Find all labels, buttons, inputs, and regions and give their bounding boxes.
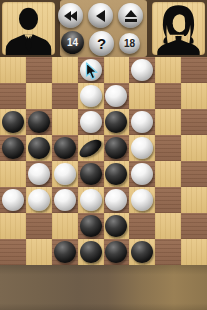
board-cell[interactable] — [155, 57, 181, 83]
board-cell[interactable] — [129, 135, 155, 161]
board-cell[interactable] — [181, 109, 207, 135]
board-cell[interactable] — [26, 135, 52, 161]
board-cell[interactable] — [78, 187, 104, 213]
white-disc — [80, 189, 102, 211]
black-disc — [80, 215, 102, 237]
board-cell[interactable] — [129, 213, 155, 239]
black-score-value: 14 — [67, 37, 78, 48]
hint-label: ? — [97, 35, 106, 52]
board-cell[interactable] — [181, 83, 207, 109]
black-disc — [28, 111, 50, 133]
board-cell[interactable] — [155, 239, 181, 265]
board-cell[interactable] — [155, 83, 181, 109]
player-black-avatar — [2, 2, 55, 55]
board-cell[interactable] — [129, 83, 155, 109]
white-disc — [54, 163, 76, 185]
board-cell[interactable] — [104, 135, 130, 161]
board-cell[interactable] — [155, 213, 181, 239]
white-disc — [80, 85, 102, 107]
black-disc — [105, 215, 127, 237]
board-cell[interactable] — [155, 187, 181, 213]
flipping-black-disc — [77, 136, 105, 161]
game-board — [0, 57, 207, 265]
black-disc — [80, 241, 102, 263]
board-cell[interactable] — [52, 109, 78, 135]
black-disc — [2, 137, 24, 159]
white-disc — [80, 59, 102, 81]
board-cell[interactable] — [78, 135, 104, 161]
black-disc — [105, 137, 127, 159]
black-disc — [105, 241, 127, 263]
table-apron — [0, 265, 207, 310]
white-disc — [54, 189, 76, 211]
board-cell[interactable] — [52, 57, 78, 83]
board-cell[interactable] — [104, 83, 130, 109]
board-cell[interactable] — [52, 239, 78, 265]
board-cell[interactable] — [155, 109, 181, 135]
white-disc — [131, 59, 153, 81]
white-disc — [131, 137, 153, 159]
board-cell[interactable] — [78, 83, 104, 109]
board-cell[interactable] — [0, 187, 26, 213]
board-cell[interactable] — [26, 187, 52, 213]
board-cell[interactable] — [104, 187, 130, 213]
board-cell[interactable] — [0, 109, 26, 135]
board-cell[interactable] — [129, 187, 155, 213]
board-cell[interactable] — [181, 239, 207, 265]
board-cell[interactable] — [104, 161, 130, 187]
white-disc — [28, 189, 50, 211]
eject-icon — [125, 10, 137, 22]
white-disc — [131, 163, 153, 185]
white-disc — [80, 111, 102, 133]
black-disc — [54, 241, 76, 263]
board-cell[interactable] — [52, 187, 78, 213]
top-bar: 14 ? 18 — [0, 0, 207, 57]
player-white-avatar — [152, 2, 205, 55]
board-cell[interactable] — [0, 161, 26, 187]
board-cell[interactable] — [0, 239, 26, 265]
white-disc — [105, 85, 127, 107]
board-cell[interactable] — [181, 161, 207, 187]
black-disc — [105, 163, 127, 185]
black-disc — [54, 137, 76, 159]
board-cell[interactable] — [104, 213, 130, 239]
board-cell[interactable] — [78, 57, 104, 83]
hint-button[interactable]: ? — [89, 31, 114, 56]
board-cell[interactable] — [78, 239, 104, 265]
white-disc — [131, 189, 153, 211]
white-disc — [105, 189, 127, 211]
board-cell[interactable] — [104, 109, 130, 135]
board-cell[interactable] — [155, 135, 181, 161]
board-cell[interactable] — [181, 135, 207, 161]
black-disc — [131, 241, 153, 263]
rewind-button[interactable] — [58, 3, 83, 28]
board-cell[interactable] — [104, 57, 130, 83]
board-cell[interactable] — [78, 109, 104, 135]
back-icon — [96, 10, 105, 22]
black-score-badge: 14 — [61, 31, 84, 54]
board-cell[interactable] — [181, 213, 207, 239]
board-cell[interactable] — [155, 161, 181, 187]
board-cell[interactable] — [0, 135, 26, 161]
board-cell[interactable] — [0, 213, 26, 239]
eject-button[interactable] — [118, 3, 143, 28]
male-avatar-icon — [2, 2, 55, 55]
board-cell[interactable] — [26, 213, 52, 239]
board-cell[interactable] — [181, 57, 207, 83]
board-cell[interactable] — [52, 161, 78, 187]
board-cell[interactable] — [52, 135, 78, 161]
white-score-value: 18 — [124, 38, 135, 49]
board-cell[interactable] — [0, 57, 26, 83]
black-disc — [2, 111, 24, 133]
board-cell[interactable] — [26, 109, 52, 135]
black-disc — [80, 163, 102, 185]
black-disc — [28, 137, 50, 159]
board-cell[interactable] — [104, 239, 130, 265]
board-cell[interactable] — [26, 83, 52, 109]
board-cell[interactable] — [78, 213, 104, 239]
reversi-app-screen: 14 ? 18 // generic text binder const dat… — [0, 0, 207, 310]
board-cell[interactable] — [129, 161, 155, 187]
board-cell[interactable] — [129, 109, 155, 135]
white-score-badge: 18 — [119, 33, 140, 54]
white-disc — [28, 163, 50, 185]
board-cell[interactable] — [181, 187, 207, 213]
board-cell[interactable] — [26, 239, 52, 265]
board-cell[interactable] — [129, 57, 155, 83]
female-avatar-icon — [152, 2, 205, 55]
board-cell[interactable] — [26, 57, 52, 83]
white-disc — [2, 189, 24, 211]
white-disc — [131, 111, 153, 133]
back-button[interactable] — [88, 3, 113, 28]
board-cell[interactable] — [26, 161, 52, 187]
board-cell[interactable] — [129, 239, 155, 265]
board-cell[interactable] — [78, 161, 104, 187]
board-cell[interactable] — [0, 83, 26, 109]
black-disc — [105, 111, 127, 133]
board-cell[interactable] — [52, 83, 78, 109]
board-cell[interactable] — [52, 213, 78, 239]
